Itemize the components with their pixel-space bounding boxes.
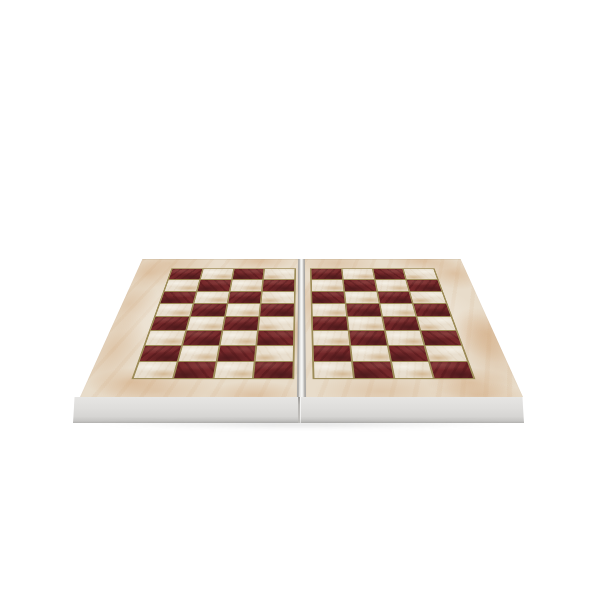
square-b6[interactable] <box>194 291 228 303</box>
square-a3[interactable] <box>146 331 185 345</box>
product-photo <box>0 0 600 600</box>
square-c2[interactable] <box>217 346 255 361</box>
square-f4[interactable] <box>348 317 384 330</box>
square-h2[interactable] <box>426 346 467 361</box>
square-g2[interactable] <box>388 346 428 361</box>
square-h6[interactable] <box>410 291 445 303</box>
square-e4[interactable] <box>313 317 348 330</box>
square-d7[interactable] <box>263 280 294 291</box>
square-d3[interactable] <box>257 331 293 345</box>
square-a2[interactable] <box>140 346 181 361</box>
square-d8[interactable] <box>264 269 294 279</box>
square-b8[interactable] <box>201 269 233 279</box>
square-d4[interactable] <box>259 317 294 330</box>
square-f7[interactable] <box>344 280 376 291</box>
square-g1[interactable] <box>392 362 433 378</box>
square-e5[interactable] <box>312 304 346 316</box>
board-grid-right <box>310 268 475 379</box>
square-f2[interactable] <box>351 346 390 361</box>
board-half-right <box>305 259 523 397</box>
square-h4[interactable] <box>418 317 456 330</box>
square-a5[interactable] <box>156 304 193 316</box>
square-c5[interactable] <box>226 304 260 316</box>
square-e7[interactable] <box>312 280 343 291</box>
square-b7[interactable] <box>198 280 231 291</box>
square-h3[interactable] <box>422 331 462 345</box>
square-f5[interactable] <box>346 304 381 316</box>
square-d1[interactable] <box>254 362 293 378</box>
square-g6[interactable] <box>378 291 412 303</box>
square-f8[interactable] <box>342 269 373 279</box>
square-g3[interactable] <box>385 331 423 345</box>
square-e2[interactable] <box>314 346 351 361</box>
square-g7[interactable] <box>375 280 408 291</box>
board-half-left <box>80 259 298 397</box>
square-e8[interactable] <box>311 269 341 279</box>
square-f1[interactable] <box>353 362 393 378</box>
square-e1[interactable] <box>314 362 353 378</box>
square-b4[interactable] <box>187 317 224 330</box>
square-a6[interactable] <box>161 291 196 303</box>
square-h7[interactable] <box>407 280 441 291</box>
square-f3[interactable] <box>349 331 386 345</box>
square-b5[interactable] <box>191 304 227 316</box>
square-c6[interactable] <box>228 291 261 303</box>
square-d5[interactable] <box>260 304 293 316</box>
square-d6[interactable] <box>262 291 294 303</box>
square-f6[interactable] <box>345 291 378 303</box>
square-g8[interactable] <box>373 269 405 279</box>
square-c4[interactable] <box>223 317 259 330</box>
square-b2[interactable] <box>179 346 219 361</box>
square-c1[interactable] <box>214 362 254 378</box>
square-h5[interactable] <box>414 304 451 316</box>
square-d2[interactable] <box>256 346 293 361</box>
square-a4[interactable] <box>151 317 189 330</box>
square-c3[interactable] <box>220 331 257 345</box>
front-edge-seam <box>298 397 300 423</box>
chessboard <box>80 259 523 397</box>
square-c8[interactable] <box>232 269 263 279</box>
square-a8[interactable] <box>169 269 202 279</box>
square-e3[interactable] <box>313 331 349 345</box>
square-a7[interactable] <box>165 280 199 291</box>
board-shadow <box>95 422 505 429</box>
square-h8[interactable] <box>404 269 437 279</box>
square-g5[interactable] <box>380 304 416 316</box>
board-front-edge <box>73 397 524 423</box>
square-h1[interactable] <box>430 362 473 378</box>
square-b1[interactable] <box>174 362 215 378</box>
square-b3[interactable] <box>183 331 221 345</box>
square-g4[interactable] <box>383 317 420 330</box>
square-c7[interactable] <box>230 280 262 291</box>
square-e6[interactable] <box>312 291 344 303</box>
square-a1[interactable] <box>134 362 177 378</box>
board-grid-left <box>131 268 296 379</box>
